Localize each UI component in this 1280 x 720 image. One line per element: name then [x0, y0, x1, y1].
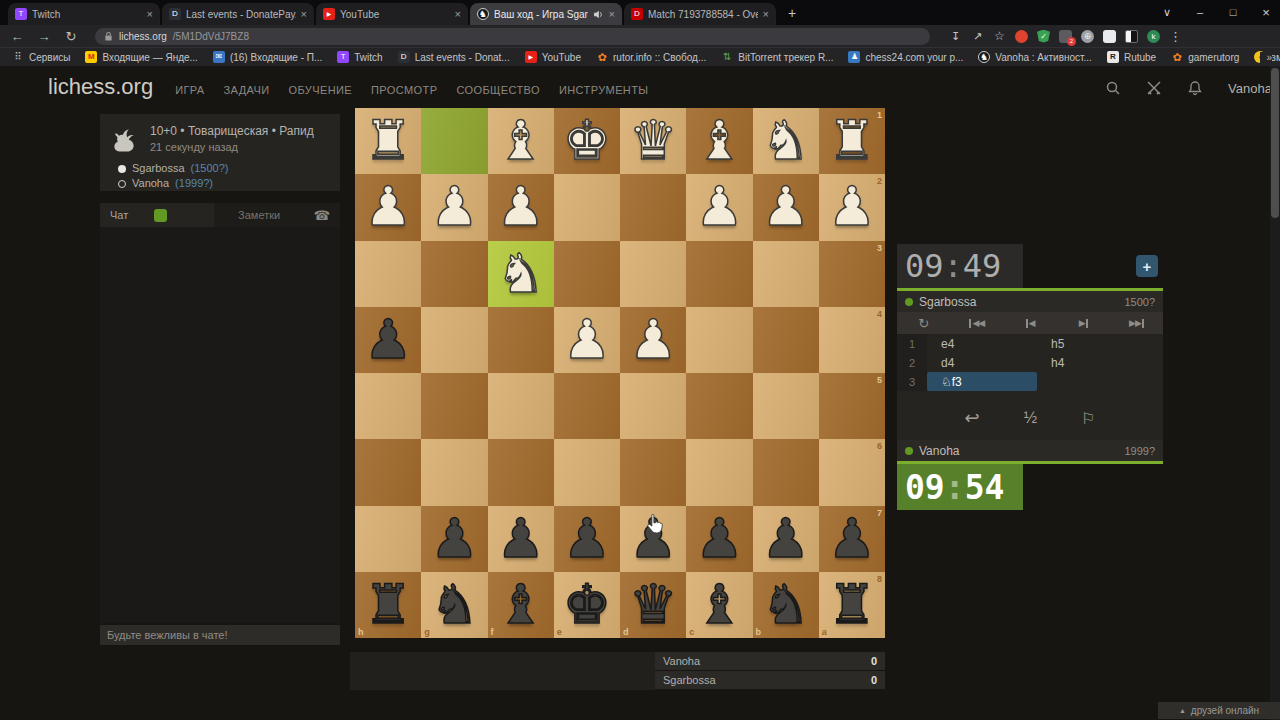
chess-board: ♜♝♚♛♝♞♜1♟♟♟♟♟♟2♞3♟♟♟456♟♟♟♟♟♟♟7♜h♞g♝f♚e♛… [355, 108, 885, 638]
white-piece-c1[interactable]: ♝ [695, 114, 743, 168]
square-h4[interactable]: ♟ [355, 307, 421, 373]
square-b3[interactable] [753, 241, 819, 307]
move-row: 3♘f3 [897, 372, 1163, 391]
move-number: 1 [897, 334, 927, 353]
square-h2[interactable]: ♟ [355, 174, 421, 240]
square-a7[interactable]: ♟7 [819, 506, 885, 572]
bookmark-label: Last events - Donat... [415, 52, 510, 63]
square-a1[interactable]: ♜1 [819, 108, 885, 174]
square-c4[interactable] [686, 307, 752, 373]
bookmark-label: змейка [1271, 52, 1280, 63]
square-e8[interactable]: ♚e [554, 572, 620, 638]
services-icon [12, 51, 24, 63]
globe-extension-icon[interactable] [1081, 30, 1094, 43]
go-first-move-icon[interactable]: ◀◀ [950, 312, 1003, 334]
file-label-c: c [689, 627, 694, 637]
crosstable-score: 0 [871, 655, 877, 667]
white-piece-d1[interactable]: ♛ [629, 114, 677, 168]
browser-tab[interactable]: Last events - DonatePay.ru× [162, 3, 314, 25]
rank-label-1: 1 [877, 110, 882, 120]
rank-label-4: 4 [877, 309, 882, 319]
white-piece-g2[interactable]: ♟ [430, 180, 478, 234]
opponent-clock-min: 09 [905, 247, 944, 285]
white-piece-e4[interactable]: ♟ [563, 313, 611, 367]
square-c3[interactable] [686, 241, 752, 307]
tab-title: Last events - DonatePay.ru [186, 9, 296, 20]
move-list: 1e4h52d4h43♘f3 [897, 334, 1163, 391]
nav-item-обучение[interactable]: ОБУЧЕНИЕ [288, 84, 352, 96]
white-piece-e1[interactable]: ♚ [563, 114, 611, 168]
crosstable-name: Vanoha [663, 655, 700, 667]
move-row: 2d4h4 [897, 353, 1163, 372]
browser-toolbar: lichess.org/5M1DdVdJ7BZ8 [0, 25, 1280, 47]
site-nav: ИГРАЗАДАЧИОБУЧЕНИЕПРОСМОТРСООБЩЕСТВОИНСТ… [175, 84, 648, 96]
square-e2[interactable] [554, 174, 620, 240]
black-piece-e8[interactable]: ♚ [563, 578, 611, 632]
bookmarks-bar: СервисыВходящие — Янде...(16) Входящие -… [0, 47, 1280, 66]
nav-item-игра[interactable]: ИГРА [175, 84, 204, 96]
search-icon[interactable] [1105, 80, 1121, 96]
tab-notes[interactable]: Заметки [214, 203, 303, 227]
square-e3[interactable] [554, 241, 620, 307]
bookmark-label: Twitch [354, 52, 382, 63]
match-favicon [631, 8, 643, 20]
game-actions: ½ [897, 396, 1163, 440]
move-white[interactable]: ♘f3 [927, 372, 1037, 391]
square-f2[interactable]: ♟ [488, 174, 554, 240]
bookmark-label: (16) Входящие - П... [230, 52, 322, 63]
bookmark-item[interactable]: Vanoha : Активност... [978, 51, 1092, 63]
square-e5[interactable] [554, 373, 620, 439]
black-piece-h4[interactable]: ♟ [364, 313, 412, 367]
player-row: Vanoha 1999? [897, 440, 1163, 461]
rapid-rabbit-icon [110, 126, 140, 156]
black-player-rating: (1999?) [175, 176, 213, 191]
white-piece-f1[interactable]: ♝ [496, 114, 544, 168]
chess24-icon [848, 51, 860, 63]
bookmark-item[interactable]: Twitch [337, 51, 382, 63]
square-d4[interactable]: ♟ [620, 307, 686, 373]
square-b4[interactable] [753, 307, 819, 373]
black-player-line: Vanoha (1999?) [118, 176, 314, 191]
player-clock-min: 09 [905, 468, 945, 507]
tab-close-icon[interactable]: × [455, 8, 461, 20]
contrast-extension-icon[interactable] [1125, 30, 1138, 43]
lock-icon [104, 31, 113, 42]
chat-toggle[interactable] [154, 209, 167, 222]
friends-online-bar[interactable]: друзей онлайн [1158, 702, 1280, 719]
square-f4[interactable] [488, 307, 554, 373]
next-move-icon[interactable]: ▶ [1057, 312, 1110, 334]
browser-tab[interactable]: Ваш ход - Игра Sgarbossa -× [470, 3, 622, 25]
square-e7[interactable]: ♟ [554, 506, 620, 572]
give-time-button[interactable] [1136, 255, 1158, 277]
tab-title: YouTube [340, 9, 450, 20]
clock-colon: : [945, 468, 965, 507]
square-b5[interactable] [753, 373, 819, 439]
crosstable-score: 0 [871, 674, 877, 686]
page-scrollbar[interactable] [1270, 66, 1280, 720]
tab-close-icon[interactable]: × [609, 8, 615, 20]
url-host: lichess.org [119, 31, 167, 42]
square-h8[interactable]: ♜h [355, 572, 421, 638]
bookmark-item[interactable]: Входящие — Янде... [85, 51, 197, 63]
black-piece-d8[interactable]: ♛ [629, 578, 677, 632]
square-f5[interactable] [488, 373, 554, 439]
crosstable-scores: Vanoha0Sgarbossa0 [655, 652, 885, 690]
file-label-e: e [557, 627, 562, 637]
square-e4[interactable]: ♟ [554, 307, 620, 373]
file-label-g: g [424, 627, 430, 637]
yandex-mail-icon [85, 51, 97, 63]
player-name[interactable]: Vanoha [919, 444, 959, 458]
white-color-icon [118, 165, 126, 173]
square-g3[interactable] [421, 241, 487, 307]
square-b8[interactable]: ♞b [753, 572, 819, 638]
bookmark-item[interactable]: chess24.com your p... [848, 51, 963, 63]
bookmark-star-icon[interactable] [993, 30, 1006, 43]
game-meta-line1: 10+0 • Товарищеская • Рапид [150, 123, 314, 139]
bookmark-label: Rutube [1124, 52, 1156, 63]
scrollbar-thumb[interactable] [1271, 68, 1279, 218]
screen: Twitch×Last events - DonatePay.ru×YouTub… [0, 0, 1280, 720]
rutor-icon [596, 51, 608, 63]
square-a3[interactable]: 3 [819, 241, 885, 307]
square-b7[interactable]: ♟ [753, 506, 819, 572]
bookmark-item[interactable]: BitTorrent трекер R... [721, 51, 833, 63]
black-piece-a7[interactable]: ♟ [828, 512, 876, 566]
tab-title: Twitch [32, 9, 142, 20]
tab-audio-icon[interactable] [593, 9, 604, 20]
bookmark-label: Vanoha : Активност... [995, 52, 1092, 63]
opponent-player-row: Sgarbossa 1500? [897, 291, 1163, 312]
forward-icon[interactable] [37, 29, 51, 44]
move-panel: 1e4h52d4h43♘f3 ½ [897, 334, 1163, 440]
opponent-name[interactable]: Sgarbossa [919, 295, 976, 309]
square-g7[interactable]: ♟ [421, 506, 487, 572]
lichess-favicon [477, 8, 489, 20]
phone-icon[interactable] [304, 203, 340, 227]
tab-close-icon[interactable]: × [147, 8, 153, 20]
white-piece-b2[interactable]: ♟ [761, 180, 809, 234]
chat-tab-label: Чат [110, 209, 128, 221]
chat-input[interactable]: Будьте вежливы в чате! [100, 625, 340, 645]
square-g2[interactable]: ♟ [421, 174, 487, 240]
rank-label-8: 8 [877, 574, 882, 584]
browser-tab[interactable]: YouTube× [316, 3, 468, 25]
rank-label-5: 5 [877, 375, 882, 385]
opponent-rating: 1500? [1124, 296, 1155, 308]
file-label-a: a [822, 627, 827, 637]
bookmark-label: Сервисы [29, 52, 70, 63]
bookmark-label: YouTube [542, 52, 581, 63]
bookmark-label: Входящие — Янде... [102, 52, 197, 63]
twitch-favicon [15, 8, 27, 20]
square-d5[interactable] [620, 373, 686, 439]
header-right: Vanoha [1105, 80, 1272, 96]
black-color-icon [118, 180, 126, 188]
bookmarks-overflow-icon[interactable] [1260, 52, 1272, 63]
square-f7[interactable]: ♟ [488, 506, 554, 572]
site-header: lichess.org ИГРАЗАДАЧИОБУЧЕНИЕПРОСМОТРСО… [48, 74, 648, 100]
address-bar[interactable]: lichess.org/5M1DdVdJ7BZ8 [95, 28, 930, 45]
nav-item-сообщество[interactable]: СООБЩЕСТВО [456, 84, 540, 96]
move-black[interactable] [1037, 372, 1147, 391]
crosstable-games [350, 652, 655, 690]
go-last-move-icon[interactable]: ▶▶ [1110, 312, 1163, 334]
black-piece-c8[interactable]: ♝ [695, 578, 743, 632]
white-player-rating: (1500?) [191, 161, 229, 176]
square-d3[interactable] [620, 241, 686, 307]
online-dot-icon [905, 447, 913, 455]
rank-label-6: 6 [877, 441, 882, 451]
rank-label-3: 3 [877, 243, 882, 253]
lichess-logo[interactable]: lichess.org [48, 74, 153, 100]
tab-close-icon[interactable]: × [301, 8, 307, 20]
game-meta-text: 10+0 • Товарищеская • Рапид 21 секунду н… [150, 123, 314, 182]
file-label-h: h [358, 627, 364, 637]
opponent-clock-sec: 49 [963, 247, 1002, 285]
bookmark-item[interactable]: rutor.info :: Свобод... [596, 51, 706, 63]
notifications-bell-icon[interactable] [1187, 80, 1203, 96]
crosstable-name: Sgarbossa [663, 674, 716, 686]
resign-flag-icon[interactable] [1081, 409, 1095, 428]
tab-chat[interactable]: Чат [100, 203, 214, 227]
move-number: 3 [897, 372, 927, 391]
square-g5[interactable] [421, 373, 487, 439]
back-icon[interactable] [10, 29, 24, 44]
square-g8[interactable]: ♞g [421, 572, 487, 638]
badge-extension-icon[interactable] [1059, 30, 1072, 43]
file-label-b: b [756, 627, 762, 637]
tab-close-icon[interactable]: × [763, 8, 769, 20]
square-c1[interactable]: ♝ [686, 108, 752, 174]
online-dot-icon [905, 298, 913, 306]
square-c2[interactable]: ♟ [686, 174, 752, 240]
nav-item-просмотр[interactable]: ПРОСМОТР [371, 84, 437, 96]
player-clock: 09:54 [897, 464, 1023, 510]
square-c6[interactable] [686, 439, 752, 505]
bittorrent-icon [721, 51, 733, 63]
takeback-icon[interactable] [965, 407, 980, 429]
mouse-cursor [645, 513, 665, 535]
collapse-triangle-icon [1179, 707, 1186, 714]
black-piece-f7[interactable]: ♟ [496, 512, 544, 566]
square-h6[interactable] [355, 439, 421, 505]
move-number: 2 [897, 353, 927, 372]
square-f1[interactable]: ♝ [488, 108, 554, 174]
black-piece-g7[interactable]: ♟ [430, 512, 478, 566]
maximize-icon[interactable] [1227, 6, 1239, 18]
black-piece-b7[interactable]: ♟ [761, 512, 809, 566]
chat-tabs: Чат Заметки [100, 203, 340, 227]
move-white[interactable]: d4 [927, 353, 1037, 372]
square-b2[interactable]: ♟ [753, 174, 819, 240]
white-player-line: Sgarbossa (1500?) [118, 161, 314, 176]
url-path: /5M1DdVdJ7BZ8 [173, 31, 249, 42]
new-tab-button[interactable] [788, 5, 804, 21]
window-controls [1161, 0, 1272, 24]
white-piece-b1[interactable]: ♞ [761, 114, 809, 168]
square-c8[interactable]: ♝c [686, 572, 752, 638]
opponent-clock: 09:49 [897, 244, 1023, 288]
bookmark-item[interactable]: gamerutorg [1171, 51, 1239, 63]
white-piece-h2[interactable]: ♟ [364, 180, 412, 234]
square-h1[interactable]: ♜ [355, 108, 421, 174]
bookmark-label: chess24.com your p... [865, 52, 963, 63]
square-a2[interactable]: ♟2 [819, 174, 885, 240]
youtube-favicon [323, 8, 335, 20]
move-row: 1e4h5 [897, 334, 1163, 353]
rank-label-7: 7 [877, 508, 882, 518]
draw-offer-button[interactable]: ½ [1024, 409, 1037, 427]
replay-controls: ◀◀ ◀ ▶ ▶▶ [897, 312, 1163, 334]
donatepay-icon [398, 51, 410, 63]
bookmark-label: BitTorrent трекер R... [738, 52, 833, 63]
white-piece-a1[interactable]: ♜ [828, 114, 876, 168]
youtube-icon [525, 51, 537, 63]
white-piece-h1[interactable]: ♜ [364, 114, 412, 168]
extensions-puzzle-icon[interactable] [1103, 30, 1116, 43]
square-g6[interactable] [421, 439, 487, 505]
prev-move-icon[interactable]: ◀ [1003, 312, 1056, 334]
user-menu[interactable]: Vanoha [1228, 81, 1272, 96]
rutor-icon [1171, 51, 1183, 63]
share-icon[interactable] [971, 30, 984, 43]
move-black[interactable]: h5 [1037, 334, 1147, 353]
white-piece-d4[interactable]: ♟ [629, 313, 677, 367]
donatepay-favicon [169, 8, 181, 20]
tab-search-icon[interactable] [1161, 6, 1173, 19]
reload-icon[interactable] [64, 29, 78, 44]
white-player-name[interactable]: Sgarbossa [132, 161, 185, 176]
white-piece-f2[interactable]: ♟ [496, 180, 544, 234]
square-c5[interactable] [686, 373, 752, 439]
bookmark-item[interactable]: Сервисы [12, 51, 70, 63]
black-piece-e7[interactable]: ♟ [563, 512, 611, 566]
square-b6[interactable] [753, 439, 819, 505]
bookmark-item[interactable]: YouTube [525, 51, 581, 63]
black-player-name[interactable]: Vanoha [132, 176, 169, 191]
tab-title: Match 7193788584 - Overview - [648, 9, 758, 20]
tab-strip: Twitch×Last events - DonatePay.ru×YouTub… [0, 0, 1280, 25]
black-piece-b8[interactable]: ♞ [761, 578, 809, 632]
square-h7[interactable] [355, 506, 421, 572]
square-d2[interactable] [620, 174, 686, 240]
minimize-icon[interactable] [1194, 6, 1206, 18]
browser-tab[interactable]: Match 7193788584 - Overview -× [624, 3, 776, 25]
player-clock-sec: 54 [965, 468, 1005, 507]
lichess-icon [978, 51, 990, 63]
twitch-icon [337, 51, 349, 63]
square-c7[interactable]: ♟ [686, 506, 752, 572]
square-f8[interactable]: ♝f [488, 572, 554, 638]
k-extension-icon[interactable] [1147, 30, 1160, 43]
file-label-d: d [623, 627, 629, 637]
square-d6[interactable] [620, 439, 686, 505]
notes-tab-label: Заметки [238, 209, 280, 221]
square-h3[interactable] [355, 241, 421, 307]
game-meta-box: 10+0 • Товарищеская • Рапид 21 секунду н… [100, 114, 340, 191]
bookmark-item[interactable]: Last events - Donat... [398, 51, 510, 63]
square-f3[interactable]: ♞ [488, 241, 554, 307]
shield-extension-icon[interactable] [1037, 30, 1050, 43]
challenges-icon[interactable] [1146, 80, 1162, 96]
clock-colon: : [944, 247, 963, 285]
chat-messages [100, 227, 340, 623]
black-piece-g8[interactable]: ♞ [430, 578, 478, 632]
friends-online-label: друзей онлайн [1191, 705, 1259, 716]
square-g4[interactable] [421, 307, 487, 373]
rank-label-2: 2 [877, 176, 882, 186]
browser-tab[interactable]: Twitch× [8, 3, 160, 25]
browser-menu-icon[interactable] [1169, 30, 1182, 43]
square-h5[interactable] [355, 373, 421, 439]
tabs-container: Twitch×Last events - DonatePay.ru×YouTub… [8, 3, 778, 25]
nav-item-инструменты[interactable]: ИНСТРУМЕНТЫ [559, 84, 649, 96]
close-window-icon[interactable] [1260, 5, 1272, 20]
crosstable-row: Sgarbossa0 [655, 671, 885, 689]
black-piece-c7[interactable]: ♟ [695, 512, 743, 566]
square-g1[interactable] [421, 108, 487, 174]
extension-icons [949, 30, 1182, 43]
flip-board-icon[interactable] [897, 312, 950, 334]
bookmark-label: rutor.info :: Свобод... [613, 52, 706, 63]
move-white[interactable]: e4 [927, 334, 1037, 353]
move-black[interactable]: h4 [1037, 353, 1147, 372]
adblock-extension-icon[interactable] [1015, 30, 1028, 43]
black-piece-h8[interactable]: ♜ [364, 578, 412, 632]
crosstable-row: Vanoha0 [655, 652, 885, 670]
black-piece-a8[interactable]: ♜ [828, 578, 876, 632]
square-d1[interactable]: ♛ [620, 108, 686, 174]
download-icon[interactable] [949, 30, 962, 43]
square-d8[interactable]: ♛d [620, 572, 686, 638]
rutube-icon [1107, 51, 1119, 63]
white-piece-a2[interactable]: ♟ [828, 180, 876, 234]
square-f6[interactable] [488, 439, 554, 505]
white-piece-c2[interactable]: ♟ [695, 180, 743, 234]
square-a4[interactable]: 4 [819, 307, 885, 373]
square-e1[interactable]: ♚ [554, 108, 620, 174]
square-a5[interactable]: 5 [819, 373, 885, 439]
player-rating: 1999? [1124, 445, 1155, 457]
tab-title: Ваш ход - Игра Sgarbossa - [494, 9, 588, 20]
bookmark-item[interactable]: Rutube [1107, 51, 1156, 63]
square-b1[interactable]: ♞ [753, 108, 819, 174]
black-piece-f8[interactable]: ♝ [496, 578, 544, 632]
bookmark-label: gamerutorg [1188, 52, 1239, 63]
square-a6[interactable]: 6 [819, 439, 885, 505]
mail-icon [213, 51, 225, 63]
game-meta-ago: 21 секунду назад [150, 139, 314, 155]
file-label-f: f [491, 627, 494, 637]
white-piece-f3[interactable]: ♞ [496, 247, 544, 301]
bookmark-item[interactable]: (16) Входящие - П... [213, 51, 322, 63]
square-e6[interactable] [554, 439, 620, 505]
square-a8[interactable]: ♜8a [819, 572, 885, 638]
nav-item-задачи[interactable]: ЗАДАЧИ [224, 84, 270, 96]
